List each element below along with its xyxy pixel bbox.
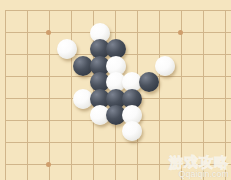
board-cell bbox=[204, 11, 226, 33]
board-cell bbox=[182, 121, 204, 143]
board-cell bbox=[182, 77, 204, 99]
board-cell bbox=[138, 165, 160, 180]
board-cell bbox=[50, 143, 72, 165]
board-cell bbox=[182, 99, 204, 121]
board-cell bbox=[50, 77, 72, 99]
board-cell bbox=[138, 33, 160, 55]
board-cell bbox=[182, 165, 204, 180]
board-cell bbox=[6, 143, 28, 165]
board-cell bbox=[226, 77, 231, 99]
board-cell bbox=[6, 77, 28, 99]
board-cell bbox=[182, 55, 204, 77]
board-cell bbox=[28, 99, 50, 121]
board-cell bbox=[226, 121, 231, 143]
board-cell bbox=[6, 55, 28, 77]
board-cell bbox=[72, 143, 94, 165]
board-cell bbox=[204, 121, 226, 143]
board-cell bbox=[6, 121, 28, 143]
board-cell bbox=[94, 143, 116, 165]
board-cell bbox=[204, 165, 226, 180]
board-cell bbox=[226, 55, 231, 77]
board-cell bbox=[50, 165, 72, 180]
board-cell bbox=[160, 33, 182, 55]
board-cell bbox=[50, 99, 72, 121]
star-point bbox=[46, 162, 51, 167]
board-cell bbox=[116, 11, 138, 33]
board-cell bbox=[6, 11, 28, 33]
board-cell bbox=[226, 165, 231, 180]
board-cell bbox=[72, 165, 94, 180]
star-point bbox=[178, 30, 183, 35]
board-cell bbox=[226, 143, 231, 165]
board-cell bbox=[28, 77, 50, 99]
board-cell bbox=[226, 33, 231, 55]
star-point bbox=[46, 30, 51, 35]
board-cell bbox=[138, 11, 160, 33]
board-cell bbox=[28, 33, 50, 55]
board-cell bbox=[160, 121, 182, 143]
white-stone bbox=[57, 39, 77, 59]
board-cell bbox=[116, 165, 138, 180]
board-cell bbox=[182, 33, 204, 55]
board-cell bbox=[204, 77, 226, 99]
white-stone bbox=[155, 56, 175, 76]
board-cell bbox=[6, 99, 28, 121]
board-cell bbox=[226, 99, 231, 121]
board-cell bbox=[160, 99, 182, 121]
board-cell bbox=[6, 165, 28, 180]
board-cell bbox=[204, 33, 226, 55]
board-cell bbox=[160, 77, 182, 99]
board-cell bbox=[28, 121, 50, 143]
board-cell bbox=[138, 143, 160, 165]
board-cell bbox=[94, 165, 116, 180]
board-cell bbox=[182, 11, 204, 33]
board-cell bbox=[28, 165, 50, 180]
board-cell bbox=[160, 165, 182, 180]
board-cell bbox=[204, 99, 226, 121]
board-cell bbox=[204, 143, 226, 165]
board-cell bbox=[182, 143, 204, 165]
black-stone bbox=[139, 72, 159, 92]
board-cell bbox=[50, 11, 72, 33]
board-cell bbox=[116, 143, 138, 165]
gomoku-board[interactable]: 游戏攻略 Qqaiqin.com bbox=[0, 0, 231, 180]
board-cell bbox=[28, 55, 50, 77]
board-cell bbox=[204, 55, 226, 77]
board-cell bbox=[72, 121, 94, 143]
board-cell bbox=[160, 143, 182, 165]
board-cell bbox=[226, 11, 231, 33]
board-cell bbox=[50, 121, 72, 143]
board-cell bbox=[6, 33, 28, 55]
